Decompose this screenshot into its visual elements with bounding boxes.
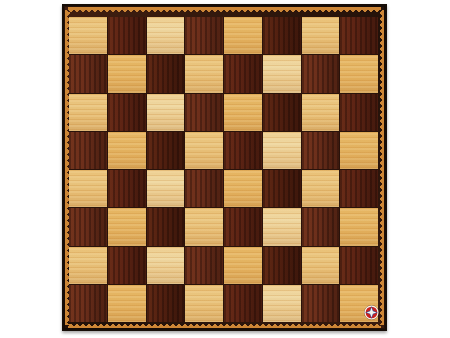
square-f1[interactable]	[263, 285, 301, 322]
square-g1[interactable]	[302, 285, 340, 322]
square-d6[interactable]	[185, 94, 223, 131]
square-g2[interactable]	[302, 247, 340, 284]
square-b4[interactable]	[108, 170, 146, 207]
square-e5[interactable]	[224, 132, 262, 169]
square-a5[interactable]	[69, 132, 107, 169]
estrela-star-logo	[364, 305, 379, 320]
dogtooth-trim-top	[68, 7, 381, 12]
square-a4[interactable]	[69, 170, 107, 207]
square-g3[interactable]	[302, 208, 340, 245]
square-a7[interactable]	[69, 55, 107, 92]
square-d8[interactable]	[185, 17, 223, 54]
square-c7[interactable]	[147, 55, 185, 92]
square-d1[interactable]	[185, 285, 223, 322]
square-f3[interactable]	[263, 208, 301, 245]
square-h8[interactable]	[340, 17, 378, 54]
square-b2[interactable]	[108, 247, 146, 284]
square-h7[interactable]	[340, 55, 378, 92]
square-g6[interactable]	[302, 94, 340, 131]
square-g8[interactable]	[302, 17, 340, 54]
square-e6[interactable]	[224, 94, 262, 131]
square-h4[interactable]	[340, 170, 378, 207]
square-d5[interactable]	[185, 132, 223, 169]
square-b1[interactable]	[108, 285, 146, 322]
square-g5[interactable]	[302, 132, 340, 169]
square-d3[interactable]	[185, 208, 223, 245]
square-h2[interactable]	[340, 247, 378, 284]
square-b3[interactable]	[108, 208, 146, 245]
square-g4[interactable]	[302, 170, 340, 207]
square-h6[interactable]	[340, 94, 378, 131]
chessboard	[62, 4, 387, 331]
square-e8[interactable]	[224, 17, 262, 54]
square-c6[interactable]	[147, 94, 185, 131]
square-d7[interactable]	[185, 55, 223, 92]
square-c8[interactable]	[147, 17, 185, 54]
square-a3[interactable]	[69, 208, 107, 245]
square-a2[interactable]	[69, 247, 107, 284]
square-b7[interactable]	[108, 55, 146, 92]
star-icon	[364, 305, 379, 320]
square-e1[interactable]	[224, 285, 262, 322]
square-e4[interactable]	[224, 170, 262, 207]
square-a8[interactable]	[69, 17, 107, 54]
square-e2[interactable]	[224, 247, 262, 284]
square-h5[interactable]	[340, 132, 378, 169]
square-b6[interactable]	[108, 94, 146, 131]
square-d4[interactable]	[185, 170, 223, 207]
board-grid	[69, 17, 378, 322]
dogtooth-trim-right	[379, 10, 384, 325]
square-f5[interactable]	[263, 132, 301, 169]
square-e7[interactable]	[224, 55, 262, 92]
square-c3[interactable]	[147, 208, 185, 245]
square-c1[interactable]	[147, 285, 185, 322]
square-f8[interactable]	[263, 17, 301, 54]
square-f7[interactable]	[263, 55, 301, 92]
square-b5[interactable]	[108, 132, 146, 169]
square-c4[interactable]	[147, 170, 185, 207]
square-a6[interactable]	[69, 94, 107, 131]
dogtooth-trim-bottom	[68, 323, 381, 328]
square-c2[interactable]	[147, 247, 185, 284]
square-f2[interactable]	[263, 247, 301, 284]
square-b8[interactable]	[108, 17, 146, 54]
square-a1[interactable]	[69, 285, 107, 322]
square-f6[interactable]	[263, 94, 301, 131]
square-d2[interactable]	[185, 247, 223, 284]
square-h3[interactable]	[340, 208, 378, 245]
square-g7[interactable]	[302, 55, 340, 92]
square-c5[interactable]	[147, 132, 185, 169]
square-e3[interactable]	[224, 208, 262, 245]
square-f4[interactable]	[263, 170, 301, 207]
